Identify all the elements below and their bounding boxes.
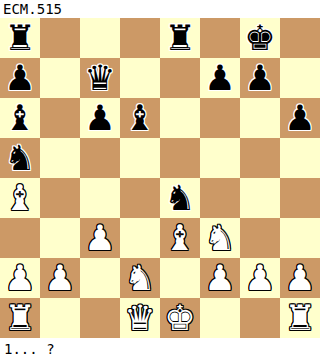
- piece-black-pawn[interactable]: ♟: [284, 98, 315, 138]
- piece-white-rook[interactable]: ♜: [284, 298, 315, 338]
- square-d4[interactable]: [120, 178, 160, 218]
- piece-white-pawn[interactable]: ♟: [4, 258, 35, 298]
- chess-board: ♜♜♚♟♛♟♟♝♟♝♟♞♝♞♟♝♞♟♟♞♟♟♟♜♛♚♜: [0, 18, 320, 338]
- square-a6[interactable]: ♝: [0, 98, 40, 138]
- square-g4[interactable]: [240, 178, 280, 218]
- square-e7[interactable]: [160, 58, 200, 98]
- square-f4[interactable]: [200, 178, 240, 218]
- square-c7[interactable]: ♛: [80, 58, 120, 98]
- piece-black-king[interactable]: ♚: [244, 18, 275, 58]
- square-f2[interactable]: ♟: [200, 258, 240, 298]
- piece-white-knight[interactable]: ♞: [124, 258, 155, 298]
- square-g7[interactable]: ♟: [240, 58, 280, 98]
- piece-black-pawn[interactable]: ♟: [4, 58, 35, 98]
- piece-white-king[interactable]: ♚: [164, 298, 195, 338]
- square-d2[interactable]: ♞: [120, 258, 160, 298]
- square-f1[interactable]: [200, 298, 240, 338]
- square-g8[interactable]: ♚: [240, 18, 280, 58]
- square-c3[interactable]: ♟: [80, 218, 120, 258]
- piece-black-knight[interactable]: ♞: [4, 138, 35, 178]
- square-b8[interactable]: [40, 18, 80, 58]
- square-b2[interactable]: ♟: [40, 258, 80, 298]
- square-h6[interactable]: ♟: [280, 98, 320, 138]
- title-bar: ECM.515: [0, 0, 320, 18]
- square-g2[interactable]: ♟: [240, 258, 280, 298]
- piece-white-pawn[interactable]: ♟: [284, 258, 315, 298]
- square-e1[interactable]: ♚: [160, 298, 200, 338]
- square-f8[interactable]: [200, 18, 240, 58]
- square-h3[interactable]: [280, 218, 320, 258]
- square-a8[interactable]: ♜: [0, 18, 40, 58]
- square-h5[interactable]: [280, 138, 320, 178]
- piece-black-pawn[interactable]: ♟: [244, 58, 275, 98]
- square-b6[interactable]: [40, 98, 80, 138]
- square-c6[interactable]: ♟: [80, 98, 120, 138]
- square-g5[interactable]: [240, 138, 280, 178]
- piece-white-pawn[interactable]: ♟: [204, 258, 235, 298]
- square-b5[interactable]: [40, 138, 80, 178]
- square-h4[interactable]: [280, 178, 320, 218]
- square-b7[interactable]: [40, 58, 80, 98]
- piece-black-bishop[interactable]: ♝: [124, 98, 155, 138]
- square-g3[interactable]: [240, 218, 280, 258]
- square-f6[interactable]: [200, 98, 240, 138]
- square-h8[interactable]: [280, 18, 320, 58]
- square-a7[interactable]: ♟: [0, 58, 40, 98]
- square-c4[interactable]: [80, 178, 120, 218]
- piece-white-bishop[interactable]: ♝: [164, 218, 195, 258]
- piece-white-knight[interactable]: ♞: [204, 218, 235, 258]
- piece-white-rook[interactable]: ♜: [4, 298, 35, 338]
- piece-white-queen[interactable]: ♛: [124, 298, 155, 338]
- square-e6[interactable]: [160, 98, 200, 138]
- square-h1[interactable]: ♜: [280, 298, 320, 338]
- square-e5[interactable]: [160, 138, 200, 178]
- square-d8[interactable]: [120, 18, 160, 58]
- piece-white-bishop[interactable]: ♝: [4, 178, 35, 218]
- puzzle-id: ECM.515: [3, 1, 62, 17]
- piece-white-pawn[interactable]: ♟: [44, 258, 75, 298]
- square-e3[interactable]: ♝: [160, 218, 200, 258]
- square-g6[interactable]: [240, 98, 280, 138]
- square-f5[interactable]: [200, 138, 240, 178]
- square-c5[interactable]: [80, 138, 120, 178]
- square-d6[interactable]: ♝: [120, 98, 160, 138]
- square-h2[interactable]: ♟: [280, 258, 320, 298]
- piece-black-bishop[interactable]: ♝: [4, 98, 35, 138]
- piece-black-queen[interactable]: ♛: [84, 58, 115, 98]
- square-b1[interactable]: [40, 298, 80, 338]
- piece-black-pawn[interactable]: ♟: [204, 58, 235, 98]
- square-d7[interactable]: [120, 58, 160, 98]
- square-c8[interactable]: [80, 18, 120, 58]
- square-c2[interactable]: [80, 258, 120, 298]
- piece-black-rook[interactable]: ♜: [164, 18, 195, 58]
- square-b4[interactable]: [40, 178, 80, 218]
- square-a1[interactable]: ♜: [0, 298, 40, 338]
- square-c1[interactable]: [80, 298, 120, 338]
- square-f7[interactable]: ♟: [200, 58, 240, 98]
- square-f3[interactable]: ♞: [200, 218, 240, 258]
- square-e4[interactable]: ♞: [160, 178, 200, 218]
- square-d1[interactable]: ♛: [120, 298, 160, 338]
- square-d5[interactable]: [120, 138, 160, 178]
- square-h7[interactable]: [280, 58, 320, 98]
- piece-black-rook[interactable]: ♜: [4, 18, 35, 58]
- piece-white-pawn[interactable]: ♟: [244, 258, 275, 298]
- square-a3[interactable]: [0, 218, 40, 258]
- move-prompt-bar: 1... ?: [0, 338, 320, 360]
- square-d3[interactable]: [120, 218, 160, 258]
- piece-black-pawn[interactable]: ♟: [84, 98, 115, 138]
- piece-white-pawn[interactable]: ♟: [84, 218, 115, 258]
- square-e2[interactable]: [160, 258, 200, 298]
- square-a2[interactable]: ♟: [0, 258, 40, 298]
- square-e8[interactable]: ♜: [160, 18, 200, 58]
- piece-black-knight[interactable]: ♞: [164, 178, 195, 218]
- move-prompt: 1... ?: [4, 341, 55, 357]
- square-a5[interactable]: ♞: [0, 138, 40, 178]
- square-g1[interactable]: [240, 298, 280, 338]
- square-b3[interactable]: [40, 218, 80, 258]
- square-a4[interactable]: ♝: [0, 178, 40, 218]
